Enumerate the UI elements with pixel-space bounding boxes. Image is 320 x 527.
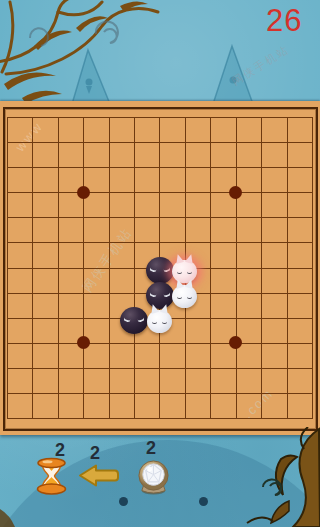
board-cell[interactable] [58, 242, 83, 267]
board-cell[interactable] [7, 293, 32, 318]
board-cell[interactable] [261, 368, 286, 393]
board-cell[interactable] [32, 368, 57, 393]
board-cell[interactable] [7, 318, 32, 343]
board-cell[interactable] [236, 268, 261, 293]
board-cell[interactable] [58, 117, 83, 142]
board-cell[interactable] [185, 318, 210, 343]
board-cell[interactable] [210, 217, 235, 242]
board-cell[interactable] [83, 142, 108, 167]
board-cell[interactable] [109, 268, 134, 293]
page-indicator-dot[interactable] [119, 497, 128, 506]
board-cell[interactable] [134, 393, 159, 418]
board-cell[interactable] [261, 142, 286, 167]
board-cell[interactable] [32, 393, 57, 418]
board-cell[interactable] [7, 142, 32, 167]
game-screen: 网侠手机站 26 www 网侠手机站 .com 2 2 2 [0, 0, 320, 527]
board-cell[interactable] [261, 242, 286, 267]
board-cell[interactable] [210, 393, 235, 418]
board-cell[interactable] [287, 343, 312, 368]
board-cell[interactable] [58, 368, 83, 393]
star-point [229, 186, 242, 199]
board-cell[interactable] [134, 217, 159, 242]
board-cell[interactable] [261, 117, 286, 142]
board-cell[interactable] [287, 167, 312, 192]
board-cell[interactable] [185, 117, 210, 142]
board-cell[interactable] [109, 242, 134, 267]
board-cell[interactable] [261, 167, 286, 192]
page-indicator-dot[interactable] [199, 497, 208, 506]
board-cell[interactable] [185, 142, 210, 167]
board-cell[interactable] [32, 142, 57, 167]
board-cell[interactable] [7, 368, 32, 393]
board-cell[interactable] [109, 192, 134, 217]
board-cell[interactable] [236, 117, 261, 142]
board-cell[interactable] [32, 318, 57, 343]
floral-scroll-decoration [0, 0, 170, 110]
board-cell[interactable] [58, 217, 83, 242]
board-cell[interactable] [32, 217, 57, 242]
board-cell[interactable] [261, 318, 286, 343]
plant-decoration [245, 427, 320, 527]
star-point [77, 186, 90, 199]
board-cell[interactable] [83, 268, 108, 293]
board-cell[interactable] [261, 192, 286, 217]
board-cell[interactable] [7, 117, 32, 142]
stone-eyes [147, 310, 172, 333]
board-cell[interactable] [7, 242, 32, 267]
board-cell[interactable] [210, 117, 235, 142]
board-cell[interactable] [109, 142, 134, 167]
board-cell[interactable] [185, 167, 210, 192]
board-cell[interactable] [58, 393, 83, 418]
board-cell[interactable] [7, 217, 32, 242]
white-stone-item-icon[interactable] [136, 459, 171, 495]
board-cell[interactable] [134, 192, 159, 217]
board-cell[interactable] [32, 117, 57, 142]
board-cell[interactable] [83, 368, 108, 393]
board: www 网侠手机站 .com [0, 101, 320, 435]
board-cell[interactable] [159, 368, 184, 393]
board-cell[interactable] [210, 142, 235, 167]
board-cell[interactable] [159, 117, 184, 142]
board-cell[interactable] [236, 393, 261, 418]
stone-item-count: 2 [146, 438, 156, 459]
board-cell[interactable] [134, 368, 159, 393]
board-cell[interactable] [109, 393, 134, 418]
board-cell[interactable] [287, 217, 312, 242]
board-cell[interactable] [32, 343, 57, 368]
board-cell[interactable] [109, 117, 134, 142]
board-cell[interactable] [134, 167, 159, 192]
board-cell[interactable] [210, 268, 235, 293]
board-cell[interactable] [210, 293, 235, 318]
board-cell[interactable] [109, 343, 134, 368]
board-cell[interactable] [134, 117, 159, 142]
black-stone [146, 257, 174, 284]
board-cell[interactable] [83, 217, 108, 242]
board-cell[interactable] [32, 268, 57, 293]
board-cell[interactable] [236, 217, 261, 242]
board-cell[interactable] [159, 217, 184, 242]
board-cell[interactable] [287, 142, 312, 167]
hourglass-icon[interactable] [35, 457, 68, 495]
board-cell[interactable] [7, 268, 32, 293]
board-cell[interactable] [210, 242, 235, 267]
star-point [77, 336, 90, 349]
board-cell[interactable] [32, 242, 57, 267]
board-cell[interactable] [287, 242, 312, 267]
board-cell[interactable] [159, 343, 184, 368]
board-cell[interactable] [261, 268, 286, 293]
board-cell[interactable] [134, 343, 159, 368]
board-cell[interactable] [32, 293, 57, 318]
board-cell[interactable] [287, 268, 312, 293]
board-cell[interactable] [83, 293, 108, 318]
white-stone [147, 310, 172, 333]
board-cell[interactable] [287, 393, 312, 418]
white-stone [172, 285, 197, 308]
board-cell[interactable] [83, 242, 108, 267]
board-cell[interactable] [185, 393, 210, 418]
board-cell[interactable] [159, 192, 184, 217]
board-cell[interactable] [109, 368, 134, 393]
board-cell[interactable] [32, 192, 57, 217]
board-cell[interactable] [159, 142, 184, 167]
board-cell[interactable] [7, 167, 32, 192]
board-cell[interactable] [185, 368, 210, 393]
board-cell[interactable] [7, 343, 32, 368]
board-cell[interactable] [159, 393, 184, 418]
board-cell[interactable] [7, 393, 32, 418]
board-cell[interactable] [287, 117, 312, 142]
board-cell[interactable] [287, 318, 312, 343]
board-cell[interactable] [134, 142, 159, 167]
board-cell[interactable] [7, 192, 32, 217]
corner-decoration [0, 501, 30, 527]
board-cell[interactable] [287, 368, 312, 393]
undo-arrow-icon[interactable] [79, 464, 119, 487]
board-cell[interactable] [261, 293, 286, 318]
board-cell[interactable] [210, 368, 235, 393]
board-cell[interactable] [58, 268, 83, 293]
board-cell[interactable] [236, 242, 261, 267]
board-cell[interactable] [185, 343, 210, 368]
stone-eyes [172, 285, 197, 308]
board-cell[interactable] [236, 293, 261, 318]
board-cell[interactable] [261, 343, 286, 368]
board-cell[interactable] [185, 192, 210, 217]
board-cell[interactable] [83, 117, 108, 142]
board-cell[interactable] [109, 167, 134, 192]
board-cell[interactable] [236, 368, 261, 393]
board-cell[interactable] [185, 217, 210, 242]
board-cell[interactable] [261, 217, 286, 242]
board-cell[interactable] [261, 393, 286, 418]
undo-count: 2 [90, 443, 100, 464]
board-cell[interactable] [159, 167, 184, 192]
board-cell[interactable] [58, 142, 83, 167]
board-cell[interactable] [32, 167, 57, 192]
board-cell[interactable] [83, 393, 108, 418]
board-cell[interactable] [287, 192, 312, 217]
board-cell[interactable] [58, 293, 83, 318]
score-label: 26 [266, 4, 314, 38]
board-cell[interactable] [287, 293, 312, 318]
board-cell[interactable] [236, 142, 261, 167]
black-stone [120, 307, 148, 334]
board-cell[interactable] [109, 217, 134, 242]
